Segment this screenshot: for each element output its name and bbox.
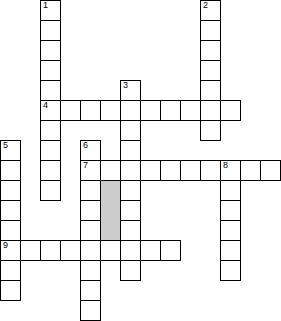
- clue-number-9: 9: [3, 241, 8, 250]
- cell-c8-r5[interactable]: [160, 100, 181, 121]
- cell-c4-r10[interactable]: [80, 200, 101, 221]
- cell-c12-r8[interactable]: [240, 160, 261, 181]
- cell-c6-r11[interactable]: [120, 220, 141, 241]
- cell-c2-r12[interactable]: [40, 240, 61, 261]
- cell-c11-r11[interactable]: [220, 220, 241, 241]
- cell-c9-r5[interactable]: [180, 100, 201, 121]
- crossword-grid: 123456789: [0, 0, 281, 321]
- cell-c10-r5[interactable]: [200, 100, 221, 121]
- cell-c7-r12[interactable]: [140, 240, 161, 261]
- cell-c11-r13[interactable]: [220, 260, 241, 281]
- cell-c2-r8[interactable]: [40, 160, 61, 181]
- cell-c10-r8[interactable]: [200, 160, 221, 181]
- cell-c5-r12[interactable]: [100, 240, 121, 261]
- cell-c6-r6[interactable]: [120, 120, 141, 141]
- clue-number-7: 7: [83, 161, 88, 170]
- cell-c6-r9[interactable]: [120, 180, 141, 201]
- cell-c2-r4[interactable]: [40, 80, 61, 101]
- cell-c11-r5[interactable]: [220, 100, 241, 121]
- cell-c11-r10[interactable]: [220, 200, 241, 221]
- cell-c10-r4[interactable]: [200, 80, 221, 101]
- cell-c3-r12[interactable]: [60, 240, 81, 261]
- cell-c0-r8[interactable]: [0, 160, 21, 181]
- cell-c2-r0[interactable]: 1: [40, 0, 61, 21]
- cell-c7-r5[interactable]: [140, 100, 161, 121]
- clue-number-4: 4: [43, 101, 48, 110]
- clue-number-6: 6: [83, 141, 88, 150]
- cell-c6-r5[interactable]: [120, 100, 141, 121]
- cell-c0-r10[interactable]: [0, 200, 21, 221]
- cell-c4-r11[interactable]: [80, 220, 101, 241]
- cell-c2-r9[interactable]: [40, 180, 61, 201]
- cell-c0-r9[interactable]: [0, 180, 21, 201]
- cell-c4-r5[interactable]: [80, 100, 101, 121]
- cell-c7-r8[interactable]: [140, 160, 161, 181]
- cell-c6-r10[interactable]: [120, 200, 141, 221]
- cell-c2-r7[interactable]: [40, 140, 61, 161]
- cell-c4-r15[interactable]: [80, 300, 101, 321]
- shaded-word-block[interactable]: [100, 180, 121, 241]
- cell-c0-r12[interactable]: 9: [0, 240, 21, 261]
- clue-number-1: 1: [43, 1, 48, 10]
- cell-c0-r13[interactable]: [0, 260, 21, 281]
- cell-c6-r4[interactable]: 3: [120, 80, 141, 101]
- cell-c0-r14[interactable]: [0, 280, 21, 301]
- cell-c8-r12[interactable]: [160, 240, 181, 261]
- cell-c2-r3[interactable]: [40, 60, 61, 81]
- cell-c0-r11[interactable]: [0, 220, 21, 241]
- cell-c5-r8[interactable]: [100, 160, 121, 181]
- cell-c4-r12[interactable]: [80, 240, 101, 261]
- cell-c6-r7[interactable]: [120, 140, 141, 161]
- cell-c10-r0[interactable]: 2: [200, 0, 221, 21]
- cell-c4-r7[interactable]: 6: [80, 140, 101, 161]
- cell-c6-r8[interactable]: [120, 160, 141, 181]
- cell-c13-r8[interactable]: [260, 160, 281, 181]
- cell-c0-r7[interactable]: 5: [0, 140, 21, 161]
- cell-c6-r13[interactable]: [120, 260, 141, 281]
- cell-c3-r5[interactable]: [60, 100, 81, 121]
- cell-c4-r8[interactable]: 7: [80, 160, 101, 181]
- cell-c10-r3[interactable]: [200, 60, 221, 81]
- cell-c5-r5[interactable]: [100, 100, 121, 121]
- clue-number-5: 5: [3, 141, 8, 150]
- cell-c9-r8[interactable]: [180, 160, 201, 181]
- cell-c2-r6[interactable]: [40, 120, 61, 141]
- cell-c10-r2[interactable]: [200, 40, 221, 61]
- cell-c2-r1[interactable]: [40, 20, 61, 41]
- cell-c10-r6[interactable]: [200, 120, 221, 141]
- cell-c2-r5[interactable]: 4: [40, 100, 61, 121]
- clue-number-8: 8: [223, 161, 228, 170]
- cell-c11-r12[interactable]: [220, 240, 241, 261]
- cell-c2-r2[interactable]: [40, 40, 61, 61]
- cell-c4-r9[interactable]: [80, 180, 101, 201]
- cell-c11-r9[interactable]: [220, 180, 241, 201]
- cell-c1-r12[interactable]: [20, 240, 41, 261]
- clue-number-3: 3: [123, 81, 128, 90]
- cell-c8-r8[interactable]: [160, 160, 181, 181]
- clue-number-2: 2: [203, 1, 208, 10]
- cell-c6-r12[interactable]: [120, 240, 141, 261]
- cell-c10-r1[interactable]: [200, 20, 221, 41]
- cell-c11-r8[interactable]: 8: [220, 160, 241, 181]
- cell-c4-r13[interactable]: [80, 260, 101, 281]
- cell-c4-r14[interactable]: [80, 280, 101, 301]
